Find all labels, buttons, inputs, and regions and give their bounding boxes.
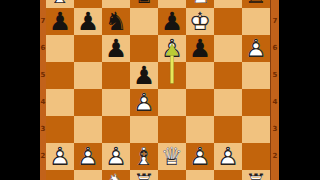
square-h2[interactable] (242, 143, 270, 170)
square-h7[interactable] (242, 8, 270, 35)
white-knight-c1: ♞♘ (102, 170, 130, 180)
square-c4[interactable] (102, 89, 130, 116)
square-d8[interactable]: ♚ (130, 0, 158, 8)
square-f5[interactable] (186, 62, 214, 89)
square-h6[interactable]: ♟♙ (242, 35, 270, 62)
square-a6[interactable] (46, 35, 74, 62)
rank-label-right-2: 2 (271, 153, 279, 160)
black-pawn-a7: ♟ (46, 8, 74, 35)
square-b5[interactable] (74, 62, 102, 89)
square-h8[interactable]: ♜ (242, 0, 270, 8)
square-f4[interactable] (186, 89, 214, 116)
square-a5[interactable] (46, 62, 74, 89)
square-h4[interactable] (242, 89, 270, 116)
white-rook-d1: ♜♖ (130, 170, 158, 180)
square-b2[interactable]: ♟♙ (74, 143, 102, 170)
square-e5[interactable] (158, 62, 186, 89)
square-g1[interactable] (214, 170, 242, 180)
square-g6[interactable] (214, 35, 242, 62)
square-e7[interactable]: ♟ (158, 8, 186, 35)
square-b3[interactable] (74, 116, 102, 143)
white-bishop-d2: ♝♗ (130, 143, 158, 170)
square-e3[interactable] (158, 116, 186, 143)
square-a7[interactable]: ♟ (46, 8, 74, 35)
black-pawn-e7: ♟ (158, 8, 186, 35)
square-e1[interactable] (158, 170, 186, 180)
square-a2[interactable]: ♟♙ (46, 143, 74, 170)
square-b6[interactable] (74, 35, 102, 62)
white-pawn-e6: ♟♙ (158, 35, 186, 62)
white-pawn-g2: ♟♙ (214, 143, 242, 170)
square-e6[interactable]: ♟♙ (158, 35, 186, 62)
white-pawn-c2: ♟♙ (102, 143, 130, 170)
square-g5[interactable] (214, 62, 242, 89)
square-g2[interactable]: ♟♙ (214, 143, 242, 170)
square-e2[interactable]: ♛♕ (158, 143, 186, 170)
rank-label-right-5: 5 (271, 72, 279, 79)
black-knight-c7: ♞ (102, 8, 130, 35)
white-king-f7: ♚♔ (186, 8, 214, 35)
square-f7[interactable]: ♚♔ (186, 8, 214, 35)
white-pawn-d4: ♟♙ (130, 89, 158, 116)
white-pawn-a2: ♟♙ (46, 143, 74, 170)
square-d4[interactable]: ♟♙ (130, 89, 158, 116)
square-h5[interactable] (242, 62, 270, 89)
square-a4[interactable] (46, 89, 74, 116)
white-pawn-b2: ♟♙ (74, 143, 102, 170)
square-b7[interactable]: ♟ (74, 8, 102, 35)
square-d2[interactable]: ♝♗ (130, 143, 158, 170)
white-rook-h1: ♜♖ (242, 170, 270, 180)
square-d7[interactable] (130, 8, 158, 35)
square-c2[interactable]: ♟♙ (102, 143, 130, 170)
black-pawn-d5: ♟ (130, 62, 158, 89)
square-d5[interactable]: ♟ (130, 62, 158, 89)
square-g7[interactable] (214, 8, 242, 35)
white-queen-e2: ♛♕ (158, 143, 186, 170)
square-h1[interactable]: ♜♖ (242, 170, 270, 180)
square-g8[interactable] (214, 0, 242, 8)
chess-thumbnail-stage: 765432 765432 ♝♗♚♞♘♜♟♟♞♟♚♔♟♟♙♟♟♙♟♟♙♟♙♟♙♟… (0, 0, 320, 180)
square-d3[interactable] (130, 116, 158, 143)
white-pawn-f2: ♟♙ (186, 143, 214, 170)
square-c7[interactable]: ♞ (102, 8, 130, 35)
square-c3[interactable] (102, 116, 130, 143)
square-f3[interactable] (186, 116, 214, 143)
square-f6[interactable]: ♟ (186, 35, 214, 62)
black-rook-h8: ♜ (242, 0, 270, 8)
black-pawn-f6: ♟ (186, 35, 214, 62)
square-a3[interactable] (46, 116, 74, 143)
square-d6[interactable] (130, 35, 158, 62)
square-h3[interactable] (242, 116, 270, 143)
square-c6[interactable]: ♟ (102, 35, 130, 62)
square-a1[interactable] (46, 170, 74, 180)
square-g4[interactable] (214, 89, 242, 116)
chess-board: ♝♗♚♞♘♜♟♟♞♟♚♔♟♟♙♟♟♙♟♟♙♟♙♟♙♟♙♝♗♛♕♟♙♟♙♞♘♜♖♜… (46, 0, 270, 180)
white-pawn-h6: ♟♙ (242, 35, 270, 62)
rank-label-right-3: 3 (271, 126, 279, 133)
rank-label-right-7: 7 (271, 18, 279, 25)
rank-coordinate-strip-right: 765432 (270, 0, 279, 180)
square-c1[interactable]: ♞♘ (102, 170, 130, 180)
rank-label-right-4: 4 (271, 99, 279, 106)
black-pawn-b7: ♟ (74, 8, 102, 35)
square-c5[interactable] (102, 62, 130, 89)
square-e4[interactable] (158, 89, 186, 116)
square-f1[interactable] (186, 170, 214, 180)
square-g3[interactable] (214, 116, 242, 143)
black-pawn-c6: ♟ (102, 35, 130, 62)
rank-label-right-6: 6 (271, 45, 279, 52)
square-d1[interactable]: ♜♖ (130, 170, 158, 180)
square-f2[interactable]: ♟♙ (186, 143, 214, 170)
black-king-d8: ♚ (130, 0, 158, 8)
square-b4[interactable] (74, 89, 102, 116)
square-b1[interactable] (74, 170, 102, 180)
